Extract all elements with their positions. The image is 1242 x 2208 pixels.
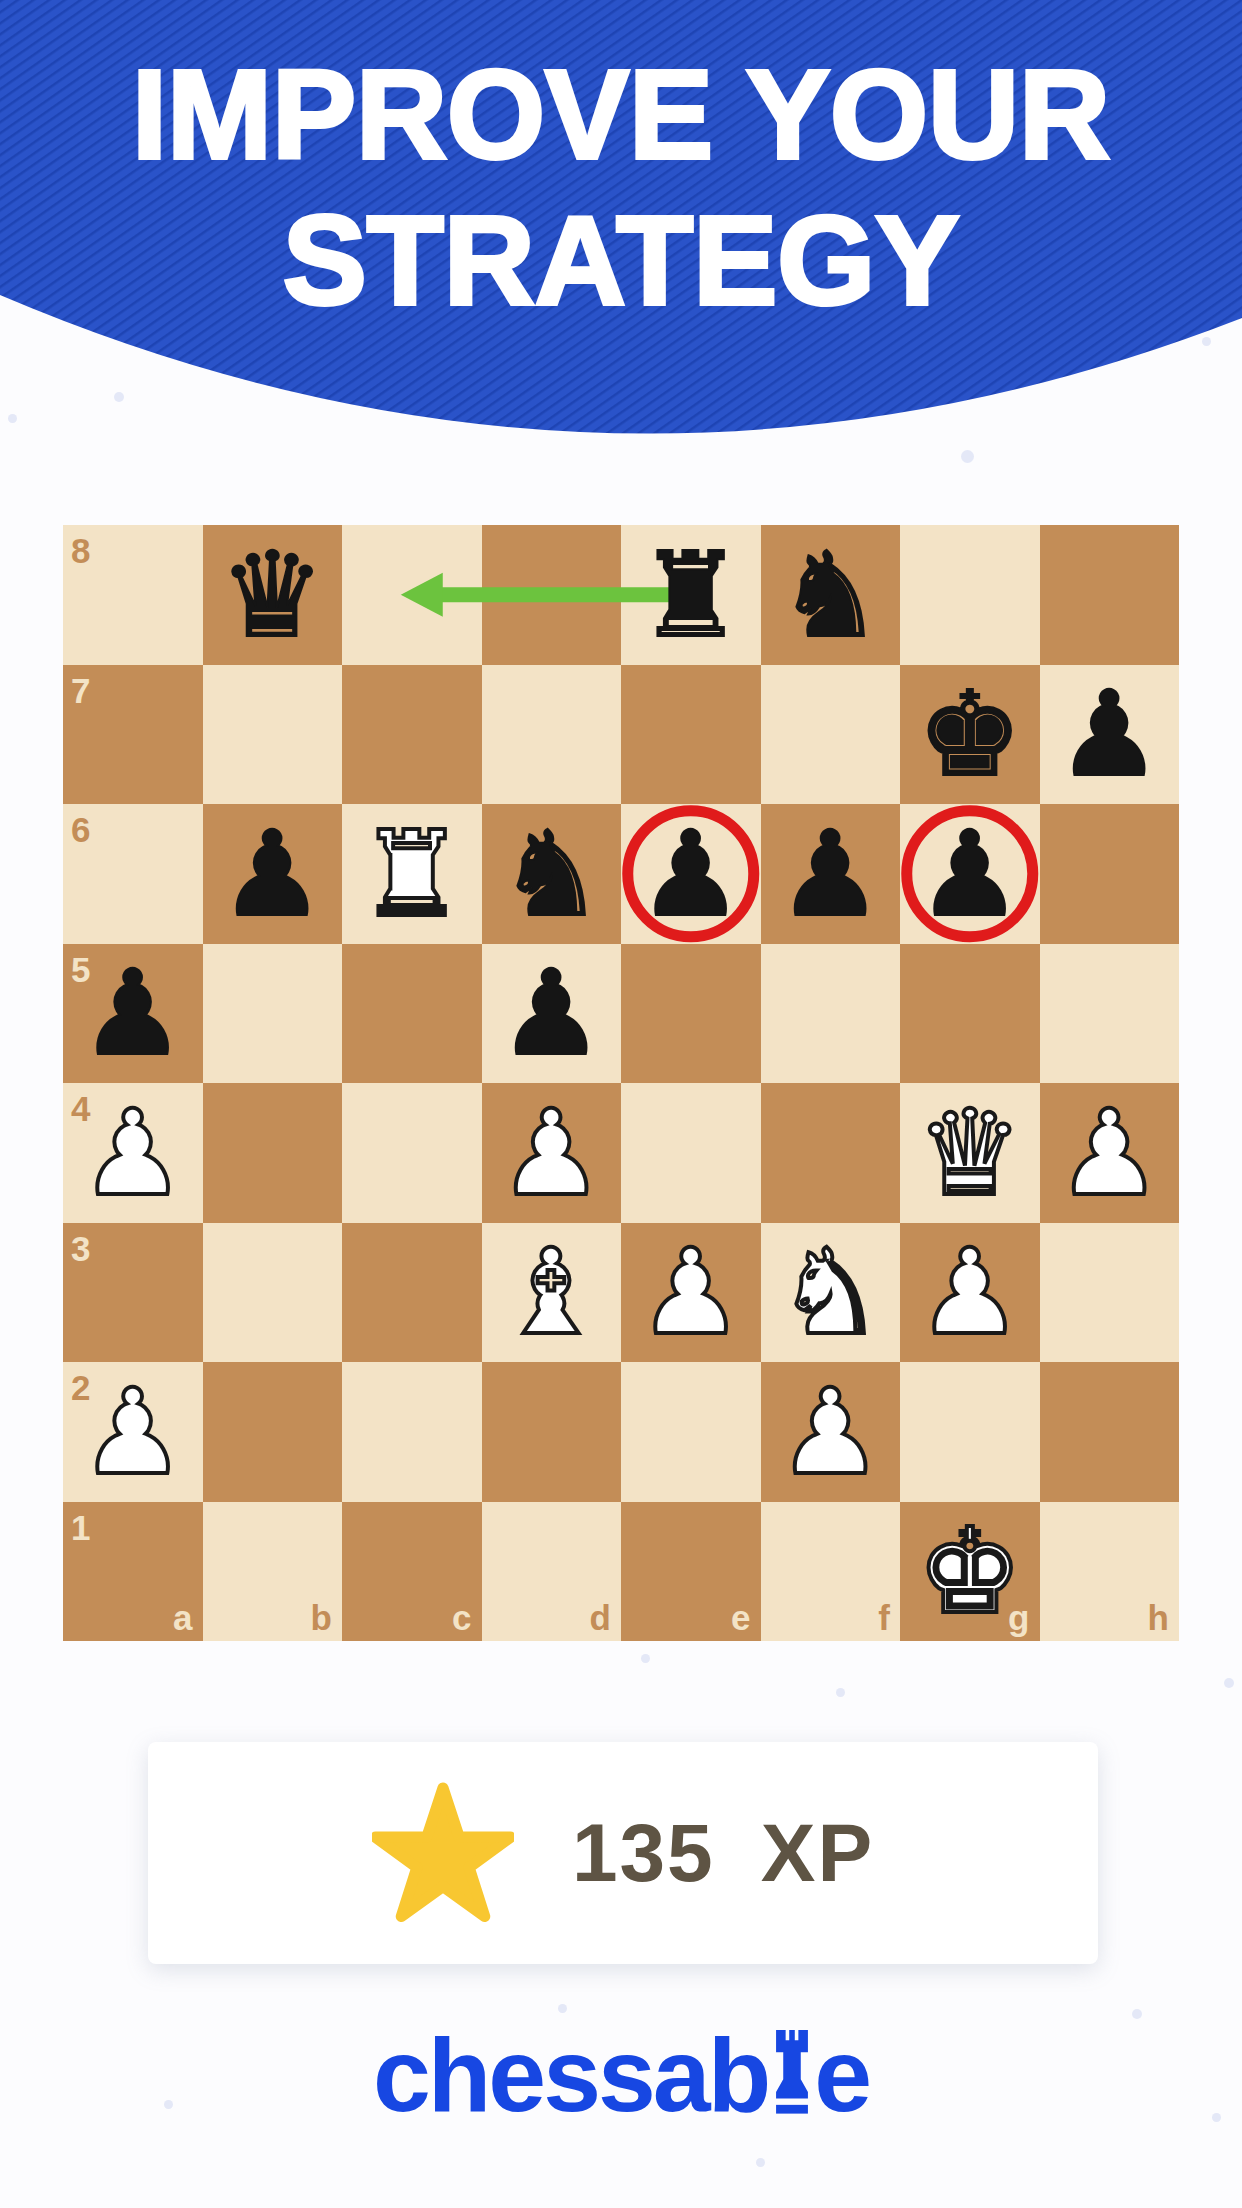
banner-title-line1: IMPROVE YOUR xyxy=(0,42,1242,188)
square-b6[interactable]: ♟ xyxy=(203,804,343,944)
rank-label-3: 3 xyxy=(71,1231,90,1266)
piece-black-pawn-b6[interactable]: ♟ xyxy=(203,804,343,944)
piece-black-pawn-e6[interactable]: ♟ xyxy=(621,804,761,944)
square-d3[interactable]: ♝ xyxy=(482,1223,622,1363)
square-b8[interactable]: ♛ xyxy=(203,525,343,665)
square-a7[interactable]: 7 xyxy=(63,665,203,805)
piece-black-pawn-h7[interactable]: ♟ xyxy=(1040,665,1180,805)
piece-white-pawn-a4[interactable]: ♟ xyxy=(63,1083,203,1223)
square-g4[interactable]: ♛ xyxy=(900,1083,1040,1223)
square-e8[interactable]: ♜ xyxy=(621,525,761,665)
piece-white-rook-c6[interactable]: ♜ xyxy=(342,804,482,944)
piece-black-pawn-f6[interactable]: ♟ xyxy=(761,804,901,944)
file-label-c: c xyxy=(452,1600,471,1635)
square-d2[interactable] xyxy=(482,1362,622,1502)
square-g2[interactable] xyxy=(900,1362,1040,1502)
xp-amount: 135 XP xyxy=(572,1806,874,1900)
square-d5[interactable]: ♟ xyxy=(482,944,622,1084)
piece-black-pawn-d5[interactable]: ♟ xyxy=(482,944,622,1084)
square-b5[interactable] xyxy=(203,944,343,1084)
square-c2[interactable] xyxy=(342,1362,482,1502)
piece-white-knight-f3[interactable]: ♞ xyxy=(761,1223,901,1363)
chessable-logo: chessab e xyxy=(0,2030,1242,2116)
square-b1[interactable]: b xyxy=(203,1502,343,1642)
square-b2[interactable] xyxy=(203,1362,343,1502)
square-h8[interactable] xyxy=(1040,525,1180,665)
square-d8[interactable] xyxy=(482,525,622,665)
piece-black-pawn-a5[interactable]: ♟ xyxy=(63,944,203,1084)
file-label-f: f xyxy=(878,1600,890,1635)
rook-icon xyxy=(773,2030,811,2116)
square-f6[interactable]: ♟ xyxy=(761,804,901,944)
piece-black-pawn-g6[interactable]: ♟ xyxy=(900,804,1040,944)
chess-board: 8♛♜♞7♚♟6♟♜♞♟♟♟5♟♟4♟♟♛♟3♝♟♞♟2♟♟1abcdefg♚h xyxy=(63,525,1179,1641)
file-label-e: e xyxy=(731,1600,750,1635)
square-d1[interactable]: d xyxy=(482,1502,622,1642)
square-a3[interactable]: 3 xyxy=(63,1223,203,1363)
square-e6[interactable]: ♟ xyxy=(621,804,761,944)
square-e1[interactable]: e xyxy=(621,1502,761,1642)
piece-white-pawn-a2[interactable]: ♟ xyxy=(63,1362,203,1502)
square-h5[interactable] xyxy=(1040,944,1180,1084)
square-a4[interactable]: 4♟ xyxy=(63,1083,203,1223)
logo-text-after: e xyxy=(814,2035,869,2116)
file-label-b: b xyxy=(311,1600,332,1635)
rank-label-1: 1 xyxy=(71,1510,90,1545)
logo-text-before: chessab xyxy=(373,2035,768,2116)
square-a6[interactable]: 6 xyxy=(63,804,203,944)
square-g6[interactable]: ♟ xyxy=(900,804,1040,944)
square-a1[interactable]: 1a xyxy=(63,1502,203,1642)
piece-white-pawn-e3[interactable]: ♟ xyxy=(621,1223,761,1363)
square-d4[interactable]: ♟ xyxy=(482,1083,622,1223)
square-a8[interactable]: 8 xyxy=(63,525,203,665)
square-b7[interactable] xyxy=(203,665,343,805)
square-e5[interactable] xyxy=(621,944,761,1084)
square-c5[interactable] xyxy=(342,944,482,1084)
piece-black-queen-b8[interactable]: ♛ xyxy=(203,525,343,665)
file-label-d: d xyxy=(590,1600,611,1635)
square-g5[interactable] xyxy=(900,944,1040,1084)
square-e2[interactable] xyxy=(621,1362,761,1502)
square-f8[interactable]: ♞ xyxy=(761,525,901,665)
square-g1[interactable]: g♚ xyxy=(900,1502,1040,1642)
square-b4[interactable] xyxy=(203,1083,343,1223)
file-label-a: a xyxy=(173,1600,192,1635)
square-c3[interactable] xyxy=(342,1223,482,1363)
piece-black-knight-d6[interactable]: ♞ xyxy=(482,804,622,944)
piece-white-bishop-d3[interactable]: ♝ xyxy=(482,1223,622,1363)
square-h1[interactable]: h xyxy=(1040,1502,1180,1642)
square-g7[interactable]: ♚ xyxy=(900,665,1040,805)
square-b3[interactable] xyxy=(203,1223,343,1363)
square-a5[interactable]: 5♟ xyxy=(63,944,203,1084)
square-f2[interactable]: ♟ xyxy=(761,1362,901,1502)
piece-white-queen-g4[interactable]: ♛ xyxy=(900,1083,1040,1223)
star-icon xyxy=(372,1778,514,1928)
square-c7[interactable] xyxy=(342,665,482,805)
square-h6[interactable] xyxy=(1040,804,1180,944)
rank-label-7: 7 xyxy=(71,673,90,708)
piece-white-pawn-d4[interactable]: ♟ xyxy=(482,1083,622,1223)
banner: IMPROVE YOUR STRATEGY xyxy=(0,0,1242,470)
square-h4[interactable]: ♟ xyxy=(1040,1083,1180,1223)
square-c8[interactable] xyxy=(342,525,482,665)
square-e4[interactable] xyxy=(621,1083,761,1223)
banner-title-line2: STRATEGY xyxy=(0,188,1242,334)
square-f7[interactable] xyxy=(761,665,901,805)
square-e3[interactable]: ♟ xyxy=(621,1223,761,1363)
square-f1[interactable]: f xyxy=(761,1502,901,1642)
square-h7[interactable]: ♟ xyxy=(1040,665,1180,805)
square-c1[interactable]: c xyxy=(342,1502,482,1642)
square-d6[interactable]: ♞ xyxy=(482,804,622,944)
square-a2[interactable]: 2♟ xyxy=(63,1362,203,1502)
square-g8[interactable] xyxy=(900,525,1040,665)
piece-white-king-g1[interactable]: ♚ xyxy=(900,1502,1040,1642)
square-f3[interactable]: ♞ xyxy=(761,1223,901,1363)
xp-value: 135 xyxy=(572,1806,715,1900)
piece-white-pawn-f2[interactable]: ♟ xyxy=(761,1362,901,1502)
piece-black-knight-f8[interactable]: ♞ xyxy=(761,525,901,665)
xp-unit: XP xyxy=(761,1806,874,1900)
square-c4[interactable] xyxy=(342,1083,482,1223)
square-d7[interactable] xyxy=(482,665,622,805)
file-label-h: h xyxy=(1148,1600,1169,1635)
banner-title: IMPROVE YOUR STRATEGY xyxy=(0,42,1242,334)
square-e7[interactable] xyxy=(621,665,761,805)
square-c6[interactable]: ♜ xyxy=(342,804,482,944)
square-h3[interactable] xyxy=(1040,1223,1180,1363)
rank-label-6: 6 xyxy=(71,812,90,847)
piece-black-rook-e8[interactable]: ♜ xyxy=(621,525,761,665)
square-f4[interactable] xyxy=(761,1083,901,1223)
piece-black-king-g7[interactable]: ♚ xyxy=(900,665,1040,805)
rank-label-8: 8 xyxy=(71,533,90,568)
square-f5[interactable] xyxy=(761,944,901,1084)
piece-white-pawn-g3[interactable]: ♟ xyxy=(900,1223,1040,1363)
piece-white-pawn-h4[interactable]: ♟ xyxy=(1040,1083,1180,1223)
square-g3[interactable]: ♟ xyxy=(900,1223,1040,1363)
xp-card: 135 XP xyxy=(148,1742,1098,1964)
square-h2[interactable] xyxy=(1040,1362,1180,1502)
